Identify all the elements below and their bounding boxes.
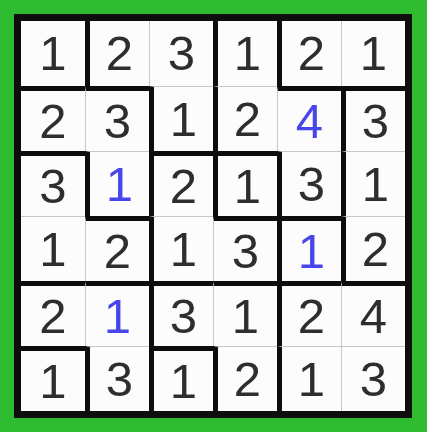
cell-value: 1 — [106, 160, 133, 209]
cell-r2c2[interactable]: 3 — [85, 86, 149, 151]
cell-r2c6[interactable]: 3 — [341, 86, 405, 151]
cell-value: 3 — [232, 227, 259, 276]
cell-value: 2 — [170, 162, 197, 211]
cell-r6c2[interactable]: 3 — [85, 346, 149, 411]
cell-value: 4 — [296, 97, 323, 146]
cell-value: 1 — [170, 357, 197, 406]
cell-r2c3[interactable]: 1 — [149, 86, 213, 151]
cell-r4c2[interactable]: 2 — [85, 216, 149, 281]
cell-r1c3[interactable]: 3 — [149, 21, 213, 86]
cell-r1c5[interactable]: 2 — [277, 21, 341, 86]
cell-value: 1 — [298, 227, 325, 276]
cell-r5c5[interactable]: 2 — [277, 281, 341, 346]
cell-r4c1[interactable]: 1 — [21, 216, 85, 281]
cell-r1c4[interactable]: 1 — [213, 21, 277, 86]
cell-value: 2 — [362, 225, 389, 274]
cell-r4c5[interactable]: 1 — [277, 216, 341, 281]
cell-value: 2 — [298, 292, 325, 341]
cell-value: 1 — [298, 355, 325, 404]
cell-value: 2 — [234, 95, 261, 144]
cell-value: 2 — [39, 292, 66, 341]
cell-r4c6[interactable]: 2 — [341, 216, 405, 281]
cell-r3c1[interactable]: 3 — [21, 151, 85, 216]
cell-r1c2[interactable]: 2 — [85, 21, 149, 86]
cell-value: 3 — [362, 97, 389, 146]
cell-value: 3 — [168, 29, 195, 78]
cell-r3c3[interactable]: 2 — [149, 151, 213, 216]
cell-r5c4[interactable]: 1 — [213, 281, 277, 346]
cell-r2c4[interactable]: 2 — [213, 86, 277, 151]
cell-value: 2 — [298, 29, 325, 78]
cell-value: 1 — [170, 225, 197, 274]
cell-r1c1[interactable]: 1 — [21, 21, 85, 86]
cell-r6c4[interactable]: 2 — [213, 346, 277, 411]
cell-r6c3[interactable]: 1 — [149, 346, 213, 411]
cell-r6c1[interactable]: 1 — [21, 346, 85, 411]
cell-r6c6[interactable]: 3 — [341, 346, 405, 411]
cell-value: 2 — [234, 355, 261, 404]
cell-r2c5[interactable]: 4 — [277, 86, 341, 151]
cell-value: 1 — [39, 357, 66, 406]
cell-value: 3 — [106, 355, 133, 404]
cell-value: 3 — [170, 292, 197, 341]
cell-value: 1 — [362, 160, 389, 209]
cell-r4c3[interactable]: 1 — [149, 216, 213, 281]
cell-r5c3[interactable]: 3 — [149, 281, 213, 346]
cell-r2c1[interactable]: 2 — [21, 86, 85, 151]
cell-r5c6[interactable]: 4 — [341, 281, 405, 346]
cell-value: 3 — [298, 160, 325, 209]
cell-value: 1 — [170, 95, 197, 144]
cell-value: 1 — [234, 29, 261, 78]
cell-value: 2 — [104, 227, 131, 276]
cell-r3c6[interactable]: 1 — [341, 151, 405, 216]
cell-value: 2 — [39, 97, 66, 146]
cell-value: 1 — [232, 292, 259, 341]
cell-value: 3 — [360, 355, 387, 404]
cell-r1c6[interactable]: 1 — [341, 21, 405, 86]
cell-r5c1[interactable]: 2 — [21, 281, 85, 346]
puzzle-frame: 123121231243312131121312213124131213 — [0, 0, 427, 432]
cell-r6c5[interactable]: 1 — [277, 346, 341, 411]
cell-value: 1 — [360, 29, 387, 78]
cell-r3c4[interactable]: 1 — [213, 151, 277, 216]
cell-value: 1 — [39, 29, 66, 78]
cell-value: 2 — [106, 29, 133, 78]
cell-r4c4[interactable]: 3 — [213, 216, 277, 281]
board: 123121231243312131121312213124131213 — [14, 14, 412, 418]
cell-value: 4 — [360, 292, 387, 341]
cell-r3c5[interactable]: 3 — [277, 151, 341, 216]
cell-value: 3 — [104, 97, 131, 146]
cell-value: 1 — [104, 292, 131, 341]
cell-value: 1 — [234, 162, 261, 211]
cell-value: 1 — [39, 225, 66, 274]
cell-r3c2[interactable]: 1 — [85, 151, 149, 216]
cell-value: 3 — [39, 162, 66, 211]
cell-r5c2[interactable]: 1 — [85, 281, 149, 346]
